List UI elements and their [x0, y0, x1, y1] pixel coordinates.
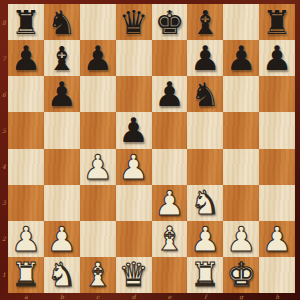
square-c3[interactable] [80, 185, 116, 221]
rank-label-3: 3 [0, 185, 8, 221]
square-g4[interactable] [223, 149, 259, 185]
square-f3[interactable]: ♞ [187, 185, 223, 221]
square-e3[interactable]: ♟ [152, 185, 188, 221]
square-h6[interactable] [259, 76, 295, 112]
square-g6[interactable] [223, 76, 259, 112]
square-d5[interactable]: ♟ [116, 112, 152, 148]
square-b7[interactable]: ♝ [44, 40, 80, 76]
white-pawn-a2[interactable]: ♟ [11, 222, 41, 256]
square-c7[interactable]: ♟ [80, 40, 116, 76]
file-label-g: g [223, 293, 259, 300]
file-label-d: d [116, 293, 152, 300]
rank-label-5: 5 [0, 112, 8, 148]
file-label-b: b [44, 293, 80, 300]
black-pawn-e6[interactable]: ♟ [154, 77, 184, 111]
black-bishop-f8[interactable]: ♝ [191, 6, 221, 39]
file-label-f: f [187, 293, 223, 300]
black-king-e8[interactable]: ♚ [155, 6, 185, 39]
white-pawn-f2[interactable]: ♟ [190, 222, 220, 256]
square-h1[interactable] [259, 257, 295, 293]
square-a6[interactable] [8, 76, 44, 112]
square-d2[interactable] [116, 221, 152, 257]
square-a8[interactable]: ♜ [8, 4, 44, 40]
square-h4[interactable] [259, 149, 295, 185]
file-label-e: e [152, 293, 188, 300]
square-b2[interactable]: ♟ [44, 221, 80, 257]
rank-label-2: 2 [0, 221, 8, 257]
square-d8[interactable]: ♛ [116, 4, 152, 40]
square-b3[interactable] [44, 185, 80, 221]
rank-label-1: 1 [0, 257, 8, 293]
white-rook-a1[interactable]: ♜ [11, 258, 41, 291]
white-bishop-e2[interactable]: ♝ [155, 222, 185, 255]
rank-label-6: 6 [0, 76, 8, 112]
square-g8[interactable] [223, 4, 259, 40]
white-pawn-g2[interactable]: ♟ [226, 222, 256, 256]
white-pawn-e3[interactable]: ♟ [154, 186, 184, 220]
black-pawn-b6[interactable]: ♟ [47, 77, 77, 111]
square-e4[interactable] [152, 149, 188, 185]
square-b1[interactable]: ♞ [44, 257, 80, 293]
white-pawn-h2[interactable]: ♟ [262, 222, 292, 256]
square-c5[interactable] [80, 112, 116, 148]
black-queen-d8[interactable]: ♛ [119, 6, 149, 39]
square-b5[interactable] [44, 112, 80, 148]
square-e7[interactable] [152, 40, 188, 76]
square-h3[interactable] [259, 185, 295, 221]
rank-label-4: 4 [0, 149, 8, 185]
black-knight-f6[interactable]: ♞ [191, 78, 221, 111]
white-pawn-b2[interactable]: ♟ [47, 222, 77, 256]
square-e6[interactable]: ♟ [152, 76, 188, 112]
square-a2[interactable]: ♟ [8, 221, 44, 257]
rank-label-8: 8 [0, 4, 8, 40]
square-c4[interactable]: ♟ [80, 149, 116, 185]
white-knight-b1[interactable]: ♞ [47, 258, 77, 291]
black-rook-a8[interactable]: ♜ [11, 6, 41, 39]
rank-label-7: 7 [0, 40, 8, 76]
square-f5[interactable] [187, 112, 223, 148]
black-pawn-g7[interactable]: ♟ [226, 41, 256, 75]
black-pawn-c7[interactable]: ♟ [82, 41, 112, 75]
white-rook-f1[interactable]: ♜ [191, 258, 221, 291]
white-pawn-c4[interactable]: ♟ [82, 150, 112, 184]
white-queen-d1[interactable]: ♛ [119, 258, 149, 291]
file-label-c: c [80, 293, 116, 300]
square-a7[interactable]: ♟ [8, 40, 44, 76]
square-b4[interactable] [44, 149, 80, 185]
square-e2[interactable]: ♝ [152, 221, 188, 257]
square-f7[interactable]: ♟ [187, 40, 223, 76]
square-b8[interactable]: ♞ [44, 4, 80, 40]
file-label-h: h [259, 293, 295, 300]
file-labels: abcdefgh [8, 293, 295, 300]
square-g1[interactable]: ♚ [223, 257, 259, 293]
square-d3[interactable] [116, 185, 152, 221]
square-h8[interactable]: ♜ [259, 4, 295, 40]
square-d7[interactable] [116, 40, 152, 76]
white-knight-f3[interactable]: ♞ [191, 186, 221, 219]
white-king-g1[interactable]: ♚ [226, 258, 256, 291]
black-pawn-d5[interactable]: ♟ [118, 113, 148, 147]
square-c1[interactable]: ♝ [80, 257, 116, 293]
square-c8[interactable] [80, 4, 116, 40]
square-a1[interactable]: ♜ [8, 257, 44, 293]
black-pawn-f7[interactable]: ♟ [190, 41, 220, 75]
square-c2[interactable] [80, 221, 116, 257]
square-e5[interactable] [152, 112, 188, 148]
square-a3[interactable] [8, 185, 44, 221]
square-h7[interactable]: ♟ [259, 40, 295, 76]
black-pawn-h7[interactable]: ♟ [262, 41, 292, 75]
square-g7[interactable]: ♟ [223, 40, 259, 76]
black-bishop-b7[interactable]: ♝ [47, 42, 77, 75]
square-e8[interactable]: ♚ [152, 4, 188, 40]
square-d4[interactable]: ♟ [116, 149, 152, 185]
black-knight-b8[interactable]: ♞ [47, 6, 77, 39]
square-h5[interactable] [259, 112, 295, 148]
square-d1[interactable]: ♛ [116, 257, 152, 293]
square-c6[interactable] [80, 76, 116, 112]
file-label-a: a [8, 293, 44, 300]
square-d6[interactable] [116, 76, 152, 112]
white-bishop-c1[interactable]: ♝ [83, 258, 113, 291]
square-f1[interactable]: ♜ [187, 257, 223, 293]
chessboard-frame: ♜♞♛♚♝♜♟♝♟♟♟♟♟♟♞♟♟♟♟♞♟♟♝♟♟♟♜♞♝♛♜♚ 8765432… [0, 0, 300, 300]
square-e1[interactable] [152, 257, 188, 293]
square-a4[interactable] [8, 149, 44, 185]
square-f8[interactable]: ♝ [187, 4, 223, 40]
square-g5[interactable] [223, 112, 259, 148]
square-g2[interactable]: ♟ [223, 221, 259, 257]
black-rook-h8[interactable]: ♜ [262, 6, 292, 39]
black-pawn-a7[interactable]: ♟ [11, 41, 41, 75]
square-f2[interactable]: ♟ [187, 221, 223, 257]
chess-board: ♜♞♛♚♝♜♟♝♟♟♟♟♟♟♞♟♟♟♟♞♟♟♝♟♟♟♜♞♝♛♜♚ [8, 4, 295, 293]
square-f4[interactable] [187, 149, 223, 185]
square-a5[interactable] [8, 112, 44, 148]
square-b6[interactable]: ♟ [44, 76, 80, 112]
rank-labels: 87654321 [0, 4, 8, 293]
square-h2[interactable]: ♟ [259, 221, 295, 257]
white-pawn-d4[interactable]: ♟ [118, 150, 148, 184]
square-f6[interactable]: ♞ [187, 76, 223, 112]
square-g3[interactable] [223, 185, 259, 221]
